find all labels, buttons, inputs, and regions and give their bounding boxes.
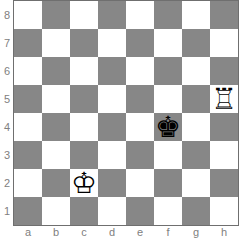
square-h7[interactable] (210, 29, 238, 57)
white-king[interactable]: ♔ (71, 169, 97, 198)
square-b4[interactable] (42, 113, 70, 141)
square-d5[interactable] (98, 85, 126, 113)
square-c6[interactable] (70, 57, 98, 85)
rank-label-3: 3 (0, 141, 14, 169)
square-f2[interactable] (154, 169, 182, 197)
square-a7[interactable] (14, 29, 42, 57)
square-f5[interactable] (154, 85, 182, 113)
chess-board: ♖♚♔ (14, 1, 238, 225)
square-b7[interactable] (42, 29, 70, 57)
square-c1[interactable] (70, 197, 98, 225)
square-g1[interactable] (182, 197, 210, 225)
square-a6[interactable] (14, 57, 42, 85)
square-f6[interactable] (154, 57, 182, 85)
square-c5[interactable] (70, 85, 98, 113)
square-g4[interactable] (182, 113, 210, 141)
square-c4[interactable] (70, 113, 98, 141)
square-a3[interactable] (14, 141, 42, 169)
chess-diagram: 87654321 ♖♚♔ abcdefgh (0, 0, 240, 240)
file-label-h: h (210, 225, 238, 240)
square-a8[interactable] (14, 1, 42, 29)
square-e1[interactable] (126, 197, 154, 225)
square-a1[interactable] (14, 197, 42, 225)
square-g3[interactable] (182, 141, 210, 169)
square-e4[interactable] (126, 113, 154, 141)
square-e2[interactable] (126, 169, 154, 197)
square-f3[interactable] (154, 141, 182, 169)
square-h4[interactable] (210, 113, 238, 141)
square-b5[interactable] (42, 85, 70, 113)
square-d1[interactable] (98, 197, 126, 225)
rank-label-6: 6 (0, 57, 14, 85)
rank-label-4: 4 (0, 113, 14, 141)
square-b6[interactable] (42, 57, 70, 85)
rank-label-5: 5 (0, 85, 14, 113)
square-c3[interactable] (70, 141, 98, 169)
rank-label-7: 7 (0, 29, 14, 57)
white-rook[interactable]: ♖ (211, 85, 237, 114)
square-h8[interactable] (210, 1, 238, 29)
square-c2[interactable]: ♔ (70, 169, 98, 197)
square-d2[interactable] (98, 169, 126, 197)
square-e3[interactable] (126, 141, 154, 169)
black-king[interactable]: ♚ (155, 113, 181, 142)
square-f7[interactable] (154, 29, 182, 57)
file-labels: abcdefgh (14, 225, 238, 240)
square-d7[interactable] (98, 29, 126, 57)
square-a4[interactable] (14, 113, 42, 141)
square-h2[interactable] (210, 169, 238, 197)
square-g8[interactable] (182, 1, 210, 29)
square-b1[interactable] (42, 197, 70, 225)
file-label-f: f (154, 225, 182, 240)
file-label-g: g (182, 225, 210, 240)
square-d8[interactable] (98, 1, 126, 29)
square-h5[interactable]: ♖ (210, 85, 238, 113)
square-g5[interactable] (182, 85, 210, 113)
square-g6[interactable] (182, 57, 210, 85)
square-b2[interactable] (42, 169, 70, 197)
square-g7[interactable] (182, 29, 210, 57)
square-b8[interactable] (42, 1, 70, 29)
square-f4[interactable]: ♚ (154, 113, 182, 141)
square-f8[interactable] (154, 1, 182, 29)
square-e8[interactable] (126, 1, 154, 29)
square-e7[interactable] (126, 29, 154, 57)
square-g2[interactable] (182, 169, 210, 197)
square-h3[interactable] (210, 141, 238, 169)
square-b3[interactable] (42, 141, 70, 169)
file-label-e: e (126, 225, 154, 240)
square-h1[interactable] (210, 197, 238, 225)
square-c7[interactable] (70, 29, 98, 57)
file-label-b: b (42, 225, 70, 240)
square-c8[interactable] (70, 1, 98, 29)
square-h6[interactable] (210, 57, 238, 85)
rank-label-2: 2 (0, 169, 14, 197)
square-a5[interactable] (14, 85, 42, 113)
rank-label-8: 8 (0, 1, 14, 29)
square-a2[interactable] (14, 169, 42, 197)
rank-label-1: 1 (0, 197, 14, 225)
rank-labels: 87654321 (0, 1, 14, 225)
file-label-c: c (70, 225, 98, 240)
square-d6[interactable] (98, 57, 126, 85)
file-label-a: a (14, 225, 42, 240)
square-d4[interactable] (98, 113, 126, 141)
square-f1[interactable] (154, 197, 182, 225)
file-label-d: d (98, 225, 126, 240)
square-d3[interactable] (98, 141, 126, 169)
square-e5[interactable] (126, 85, 154, 113)
square-e6[interactable] (126, 57, 154, 85)
